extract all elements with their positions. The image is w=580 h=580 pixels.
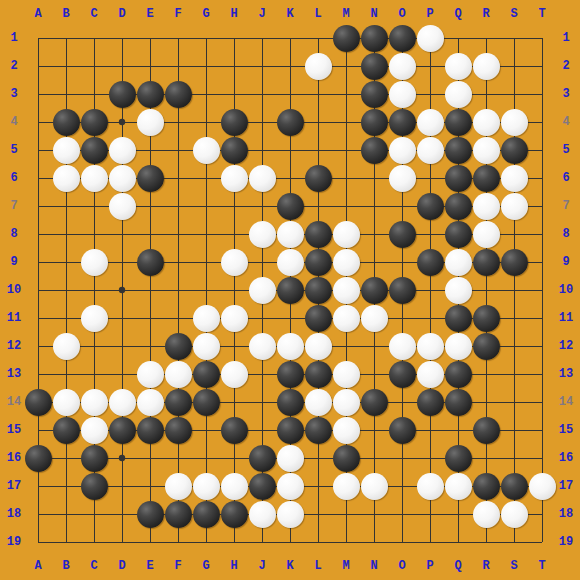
- intersection-C8[interactable]: [80, 220, 108, 248]
- intersection-P15[interactable]: [416, 416, 444, 444]
- intersection-C18[interactable]: [80, 500, 108, 528]
- intersection-S10[interactable]: [500, 276, 528, 304]
- intersection-D6[interactable]: ●: [108, 164, 136, 192]
- intersection-R6[interactable]: ●: [472, 164, 500, 192]
- intersection-P17[interactable]: ●: [416, 472, 444, 500]
- intersection-F19[interactable]: [164, 528, 192, 556]
- intersection-F10[interactable]: [164, 276, 192, 304]
- intersection-M18[interactable]: [332, 500, 360, 528]
- intersection-J9[interactable]: [248, 248, 276, 276]
- intersection-D4[interactable]: [108, 108, 136, 136]
- intersection-P19[interactable]: [416, 528, 444, 556]
- intersection-N13[interactable]: [360, 360, 388, 388]
- intersection-C13[interactable]: [80, 360, 108, 388]
- intersection-B12[interactable]: ●: [52, 332, 80, 360]
- intersection-S5[interactable]: ●: [500, 136, 528, 164]
- intersection-B18[interactable]: [52, 500, 80, 528]
- intersection-B13[interactable]: [52, 360, 80, 388]
- intersection-H14[interactable]: [220, 388, 248, 416]
- intersection-A7[interactable]: [24, 192, 52, 220]
- intersection-Q2[interactable]: ●: [444, 52, 472, 80]
- intersection-P3[interactable]: [416, 80, 444, 108]
- intersection-T16[interactable]: [528, 444, 556, 472]
- intersection-K16[interactable]: ●: [276, 444, 304, 472]
- intersection-H11[interactable]: ●: [220, 304, 248, 332]
- intersection-K9[interactable]: ●: [276, 248, 304, 276]
- intersection-A13[interactable]: [24, 360, 52, 388]
- intersection-K6[interactable]: [276, 164, 304, 192]
- intersection-R19[interactable]: [472, 528, 500, 556]
- intersection-J14[interactable]: [248, 388, 276, 416]
- intersection-T4[interactable]: [528, 108, 556, 136]
- intersection-M13[interactable]: ●: [332, 360, 360, 388]
- intersection-E18[interactable]: ●: [136, 500, 164, 528]
- intersection-G2[interactable]: [192, 52, 220, 80]
- intersection-D9[interactable]: [108, 248, 136, 276]
- intersection-J13[interactable]: [248, 360, 276, 388]
- intersection-P14[interactable]: ●: [416, 388, 444, 416]
- intersection-O5[interactable]: ●: [388, 136, 416, 164]
- intersection-C1[interactable]: [80, 24, 108, 52]
- intersection-L3[interactable]: [304, 80, 332, 108]
- intersection-B17[interactable]: [52, 472, 80, 500]
- intersection-M15[interactable]: ●: [332, 416, 360, 444]
- intersection-K2[interactable]: [276, 52, 304, 80]
- intersection-J11[interactable]: [248, 304, 276, 332]
- intersection-E15[interactable]: ●: [136, 416, 164, 444]
- intersection-K10[interactable]: ●: [276, 276, 304, 304]
- intersection-T15[interactable]: [528, 416, 556, 444]
- intersection-R2[interactable]: ●: [472, 52, 500, 80]
- intersection-R10[interactable]: [472, 276, 500, 304]
- intersection-H7[interactable]: [220, 192, 248, 220]
- intersection-Q15[interactable]: [444, 416, 472, 444]
- intersection-S2[interactable]: [500, 52, 528, 80]
- intersection-H16[interactable]: [220, 444, 248, 472]
- intersection-H2[interactable]: [220, 52, 248, 80]
- intersection-G11[interactable]: ●: [192, 304, 220, 332]
- intersection-P7[interactable]: ●: [416, 192, 444, 220]
- intersection-K12[interactable]: ●: [276, 332, 304, 360]
- intersection-H19[interactable]: [220, 528, 248, 556]
- intersection-R7[interactable]: ●: [472, 192, 500, 220]
- intersection-B10[interactable]: [52, 276, 80, 304]
- intersection-K1[interactable]: [276, 24, 304, 52]
- intersection-B1[interactable]: [52, 24, 80, 52]
- intersection-T11[interactable]: [528, 304, 556, 332]
- intersection-D19[interactable]: [108, 528, 136, 556]
- intersection-B5[interactable]: ●: [52, 136, 80, 164]
- intersection-Q16[interactable]: ●: [444, 444, 472, 472]
- intersection-R9[interactable]: ●: [472, 248, 500, 276]
- intersection-T7[interactable]: [528, 192, 556, 220]
- intersection-O6[interactable]: ●: [388, 164, 416, 192]
- intersection-F14[interactable]: ●: [164, 388, 192, 416]
- intersection-E1[interactable]: [136, 24, 164, 52]
- intersection-M17[interactable]: ●: [332, 472, 360, 500]
- intersection-O17[interactable]: [388, 472, 416, 500]
- intersection-L1[interactable]: [304, 24, 332, 52]
- intersection-P6[interactable]: [416, 164, 444, 192]
- intersection-N2[interactable]: ●: [360, 52, 388, 80]
- intersection-M1[interactable]: ●: [332, 24, 360, 52]
- intersection-B11[interactable]: [52, 304, 80, 332]
- intersection-B19[interactable]: [52, 528, 80, 556]
- intersection-K13[interactable]: ●: [276, 360, 304, 388]
- intersection-P10[interactable]: [416, 276, 444, 304]
- intersection-C11[interactable]: ●: [80, 304, 108, 332]
- intersection-S18[interactable]: ●: [500, 500, 528, 528]
- intersection-L6[interactable]: ●: [304, 164, 332, 192]
- intersection-R18[interactable]: ●: [472, 500, 500, 528]
- intersection-J3[interactable]: [248, 80, 276, 108]
- intersection-D13[interactable]: [108, 360, 136, 388]
- intersection-J17[interactable]: ●: [248, 472, 276, 500]
- intersection-S1[interactable]: [500, 24, 528, 52]
- intersection-S11[interactable]: [500, 304, 528, 332]
- intersection-M11[interactable]: ●: [332, 304, 360, 332]
- intersection-K5[interactable]: [276, 136, 304, 164]
- intersection-H1[interactable]: [220, 24, 248, 52]
- intersection-A14[interactable]: ●: [24, 388, 52, 416]
- intersection-D14[interactable]: ●: [108, 388, 136, 416]
- intersection-J16[interactable]: ●: [248, 444, 276, 472]
- intersection-N9[interactable]: [360, 248, 388, 276]
- intersection-A10[interactable]: [24, 276, 52, 304]
- intersection-N3[interactable]: ●: [360, 80, 388, 108]
- intersection-F16[interactable]: [164, 444, 192, 472]
- intersection-T6[interactable]: [528, 164, 556, 192]
- intersection-O2[interactable]: ●: [388, 52, 416, 80]
- intersection-G7[interactable]: [192, 192, 220, 220]
- intersection-C14[interactable]: ●: [80, 388, 108, 416]
- intersection-J5[interactable]: [248, 136, 276, 164]
- intersection-H10[interactable]: [220, 276, 248, 304]
- intersection-N8[interactable]: [360, 220, 388, 248]
- intersection-A17[interactable]: [24, 472, 52, 500]
- intersection-L17[interactable]: [304, 472, 332, 500]
- intersection-E8[interactable]: [136, 220, 164, 248]
- intersection-T8[interactable]: [528, 220, 556, 248]
- intersection-T2[interactable]: [528, 52, 556, 80]
- intersection-P11[interactable]: [416, 304, 444, 332]
- intersection-F15[interactable]: ●: [164, 416, 192, 444]
- intersection-P4[interactable]: ●: [416, 108, 444, 136]
- intersection-D12[interactable]: [108, 332, 136, 360]
- intersection-G17[interactable]: ●: [192, 472, 220, 500]
- intersection-L18[interactable]: [304, 500, 332, 528]
- intersection-A6[interactable]: [24, 164, 52, 192]
- intersection-P1[interactable]: ●: [416, 24, 444, 52]
- intersection-Q9[interactable]: ●: [444, 248, 472, 276]
- intersection-S17[interactable]: ●: [500, 472, 528, 500]
- intersection-G12[interactable]: ●: [192, 332, 220, 360]
- intersection-M9[interactable]: ●: [332, 248, 360, 276]
- intersection-E13[interactable]: ●: [136, 360, 164, 388]
- intersection-L9[interactable]: ●: [304, 248, 332, 276]
- intersection-B15[interactable]: ●: [52, 416, 80, 444]
- intersection-H17[interactable]: ●: [220, 472, 248, 500]
- intersection-L7[interactable]: [304, 192, 332, 220]
- intersection-E17[interactable]: [136, 472, 164, 500]
- intersection-G5[interactable]: ●: [192, 136, 220, 164]
- intersection-Q14[interactable]: ●: [444, 388, 472, 416]
- intersection-B7[interactable]: [52, 192, 80, 220]
- intersection-F5[interactable]: [164, 136, 192, 164]
- intersection-M2[interactable]: [332, 52, 360, 80]
- intersection-S4[interactable]: ●: [500, 108, 528, 136]
- intersection-C9[interactable]: ●: [80, 248, 108, 276]
- intersection-K19[interactable]: [276, 528, 304, 556]
- intersection-C7[interactable]: [80, 192, 108, 220]
- intersection-O15[interactable]: ●: [388, 416, 416, 444]
- intersection-A4[interactable]: [24, 108, 52, 136]
- intersection-T19[interactable]: [528, 528, 556, 556]
- intersection-E10[interactable]: [136, 276, 164, 304]
- intersection-D5[interactable]: ●: [108, 136, 136, 164]
- intersection-B8[interactable]: [52, 220, 80, 248]
- intersection-T12[interactable]: [528, 332, 556, 360]
- intersection-H13[interactable]: ●: [220, 360, 248, 388]
- intersection-R8[interactable]: ●: [472, 220, 500, 248]
- intersection-O3[interactable]: ●: [388, 80, 416, 108]
- intersection-J18[interactable]: ●: [248, 500, 276, 528]
- intersection-G10[interactable]: [192, 276, 220, 304]
- intersection-D16[interactable]: [108, 444, 136, 472]
- intersection-D17[interactable]: [108, 472, 136, 500]
- intersection-R5[interactable]: ●: [472, 136, 500, 164]
- intersection-Q3[interactable]: ●: [444, 80, 472, 108]
- intersection-E14[interactable]: ●: [136, 388, 164, 416]
- intersection-H18[interactable]: ●: [220, 500, 248, 528]
- intersection-J10[interactable]: ●: [248, 276, 276, 304]
- intersection-G1[interactable]: [192, 24, 220, 52]
- intersection-P5[interactable]: ●: [416, 136, 444, 164]
- intersection-T13[interactable]: [528, 360, 556, 388]
- intersection-M3[interactable]: [332, 80, 360, 108]
- intersection-M8[interactable]: ●: [332, 220, 360, 248]
- intersection-O4[interactable]: ●: [388, 108, 416, 136]
- intersection-H15[interactable]: ●: [220, 416, 248, 444]
- intersection-K18[interactable]: ●: [276, 500, 304, 528]
- intersection-N18[interactable]: [360, 500, 388, 528]
- intersection-F4[interactable]: [164, 108, 192, 136]
- intersection-F17[interactable]: ●: [164, 472, 192, 500]
- intersection-K8[interactable]: ●: [276, 220, 304, 248]
- intersection-G16[interactable]: [192, 444, 220, 472]
- intersection-L8[interactable]: ●: [304, 220, 332, 248]
- intersection-Q4[interactable]: ●: [444, 108, 472, 136]
- intersection-C4[interactable]: ●: [80, 108, 108, 136]
- intersection-K3[interactable]: [276, 80, 304, 108]
- intersection-D3[interactable]: ●: [108, 80, 136, 108]
- intersection-Q12[interactable]: ●: [444, 332, 472, 360]
- intersection-M19[interactable]: [332, 528, 360, 556]
- intersection-Q8[interactable]: ●: [444, 220, 472, 248]
- intersection-R4[interactable]: ●: [472, 108, 500, 136]
- intersection-G9[interactable]: [192, 248, 220, 276]
- intersection-R14[interactable]: [472, 388, 500, 416]
- intersection-R1[interactable]: [472, 24, 500, 52]
- intersection-N11[interactable]: ●: [360, 304, 388, 332]
- intersection-Q17[interactable]: ●: [444, 472, 472, 500]
- intersection-E5[interactable]: [136, 136, 164, 164]
- intersection-M5[interactable]: [332, 136, 360, 164]
- intersection-A3[interactable]: [24, 80, 52, 108]
- intersection-E11[interactable]: [136, 304, 164, 332]
- intersection-G18[interactable]: ●: [192, 500, 220, 528]
- intersection-Q1[interactable]: [444, 24, 472, 52]
- intersection-T10[interactable]: [528, 276, 556, 304]
- intersection-O14[interactable]: [388, 388, 416, 416]
- intersection-A19[interactable]: [24, 528, 52, 556]
- intersection-B3[interactable]: [52, 80, 80, 108]
- intersection-F12[interactable]: ●: [164, 332, 192, 360]
- intersection-G4[interactable]: [192, 108, 220, 136]
- intersection-G15[interactable]: [192, 416, 220, 444]
- intersection-E2[interactable]: [136, 52, 164, 80]
- intersection-E7[interactable]: [136, 192, 164, 220]
- intersection-Q18[interactable]: [444, 500, 472, 528]
- intersection-C17[interactable]: ●: [80, 472, 108, 500]
- intersection-N4[interactable]: ●: [360, 108, 388, 136]
- intersection-R13[interactable]: [472, 360, 500, 388]
- intersection-D10[interactable]: [108, 276, 136, 304]
- intersection-F6[interactable]: [164, 164, 192, 192]
- intersection-F13[interactable]: ●: [164, 360, 192, 388]
- intersection-E9[interactable]: ●: [136, 248, 164, 276]
- intersection-H3[interactable]: [220, 80, 248, 108]
- intersection-D1[interactable]: [108, 24, 136, 52]
- intersection-N15[interactable]: [360, 416, 388, 444]
- intersection-K7[interactable]: ●: [276, 192, 304, 220]
- intersection-O7[interactable]: [388, 192, 416, 220]
- intersection-E6[interactable]: ●: [136, 164, 164, 192]
- intersection-R12[interactable]: ●: [472, 332, 500, 360]
- intersection-E19[interactable]: [136, 528, 164, 556]
- intersection-G13[interactable]: ●: [192, 360, 220, 388]
- intersection-K14[interactable]: ●: [276, 388, 304, 416]
- intersection-S8[interactable]: [500, 220, 528, 248]
- intersection-D2[interactable]: [108, 52, 136, 80]
- intersection-E12[interactable]: [136, 332, 164, 360]
- intersection-K4[interactable]: ●: [276, 108, 304, 136]
- intersection-Q6[interactable]: ●: [444, 164, 472, 192]
- intersection-E4[interactable]: ●: [136, 108, 164, 136]
- intersection-A9[interactable]: [24, 248, 52, 276]
- intersection-N6[interactable]: [360, 164, 388, 192]
- intersection-O9[interactable]: [388, 248, 416, 276]
- intersection-D18[interactable]: [108, 500, 136, 528]
- intersection-T5[interactable]: [528, 136, 556, 164]
- intersection-S13[interactable]: [500, 360, 528, 388]
- intersection-F3[interactable]: ●: [164, 80, 192, 108]
- intersection-C16[interactable]: ●: [80, 444, 108, 472]
- intersection-R15[interactable]: ●: [472, 416, 500, 444]
- intersection-C10[interactable]: [80, 276, 108, 304]
- intersection-D7[interactable]: ●: [108, 192, 136, 220]
- intersection-J7[interactable]: [248, 192, 276, 220]
- intersection-C5[interactable]: ●: [80, 136, 108, 164]
- intersection-S14[interactable]: [500, 388, 528, 416]
- intersection-Q19[interactable]: [444, 528, 472, 556]
- intersection-Q5[interactable]: ●: [444, 136, 472, 164]
- intersection-S7[interactable]: ●: [500, 192, 528, 220]
- intersection-O8[interactable]: ●: [388, 220, 416, 248]
- intersection-H6[interactable]: ●: [220, 164, 248, 192]
- intersection-C3[interactable]: [80, 80, 108, 108]
- intersection-N14[interactable]: ●: [360, 388, 388, 416]
- intersection-O1[interactable]: ●: [388, 24, 416, 52]
- intersection-A15[interactable]: [24, 416, 52, 444]
- intersection-J8[interactable]: ●: [248, 220, 276, 248]
- intersection-C15[interactable]: ●: [80, 416, 108, 444]
- intersection-K15[interactable]: ●: [276, 416, 304, 444]
- intersection-G8[interactable]: [192, 220, 220, 248]
- intersection-Q13[interactable]: ●: [444, 360, 472, 388]
- intersection-D8[interactable]: [108, 220, 136, 248]
- intersection-G3[interactable]: [192, 80, 220, 108]
- intersection-J4[interactable]: [248, 108, 276, 136]
- intersection-E16[interactable]: [136, 444, 164, 472]
- intersection-C12[interactable]: [80, 332, 108, 360]
- intersection-F8[interactable]: [164, 220, 192, 248]
- intersection-P18[interactable]: [416, 500, 444, 528]
- intersection-R17[interactable]: ●: [472, 472, 500, 500]
- intersection-A11[interactable]: [24, 304, 52, 332]
- intersection-K17[interactable]: ●: [276, 472, 304, 500]
- intersection-F9[interactable]: [164, 248, 192, 276]
- intersection-R3[interactable]: [472, 80, 500, 108]
- intersection-O19[interactable]: [388, 528, 416, 556]
- intersection-P2[interactable]: [416, 52, 444, 80]
- intersection-N7[interactable]: [360, 192, 388, 220]
- intersection-P13[interactable]: ●: [416, 360, 444, 388]
- intersection-T14[interactable]: [528, 388, 556, 416]
- intersection-Q7[interactable]: ●: [444, 192, 472, 220]
- intersection-G19[interactable]: [192, 528, 220, 556]
- intersection-T18[interactable]: [528, 500, 556, 528]
- intersection-Q10[interactable]: ●: [444, 276, 472, 304]
- intersection-A12[interactable]: [24, 332, 52, 360]
- intersection-O10[interactable]: ●: [388, 276, 416, 304]
- intersection-L2[interactable]: ●: [304, 52, 332, 80]
- intersection-L10[interactable]: ●: [304, 276, 332, 304]
- intersection-R16[interactable]: [472, 444, 500, 472]
- intersection-M12[interactable]: [332, 332, 360, 360]
- intersection-G14[interactable]: ●: [192, 388, 220, 416]
- intersection-P9[interactable]: ●: [416, 248, 444, 276]
- intersection-A1[interactable]: [24, 24, 52, 52]
- intersection-A16[interactable]: ●: [24, 444, 52, 472]
- intersection-B9[interactable]: [52, 248, 80, 276]
- intersection-F2[interactable]: [164, 52, 192, 80]
- intersection-L12[interactable]: ●: [304, 332, 332, 360]
- intersection-P16[interactable]: [416, 444, 444, 472]
- intersection-C2[interactable]: [80, 52, 108, 80]
- intersection-S3[interactable]: [500, 80, 528, 108]
- intersection-S15[interactable]: [500, 416, 528, 444]
- intersection-F1[interactable]: [164, 24, 192, 52]
- intersection-J19[interactable]: [248, 528, 276, 556]
- intersection-N12[interactable]: [360, 332, 388, 360]
- intersection-O13[interactable]: ●: [388, 360, 416, 388]
- intersection-M7[interactable]: [332, 192, 360, 220]
- intersection-M10[interactable]: ●: [332, 276, 360, 304]
- intersection-L19[interactable]: [304, 528, 332, 556]
- intersection-F7[interactable]: [164, 192, 192, 220]
- intersection-T3[interactable]: [528, 80, 556, 108]
